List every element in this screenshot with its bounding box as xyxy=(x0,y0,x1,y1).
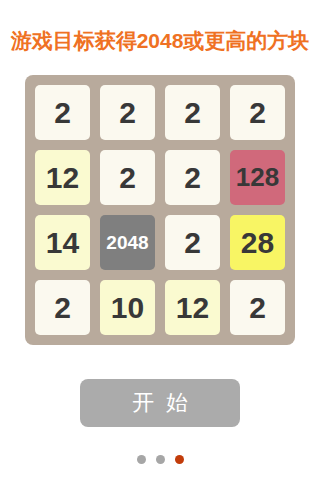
page-dot-3-active[interactable] xyxy=(175,455,184,464)
tile-r2c3: 2 xyxy=(165,150,220,205)
tile-r1c2: 2 xyxy=(100,85,155,140)
page-dot-2[interactable] xyxy=(156,455,165,464)
tile-r1c4: 2 xyxy=(230,85,285,140)
page-indicator xyxy=(0,455,320,464)
page-dot-1[interactable] xyxy=(137,455,146,464)
tile-r4c2: 10 xyxy=(100,280,155,335)
tile-r4c4: 2 xyxy=(230,280,285,335)
tile-r4c1: 2 xyxy=(35,280,90,335)
tile-r3c1: 14 xyxy=(35,215,90,270)
start-button-label: 开始 xyxy=(120,388,200,418)
tutorial-title: 游戏目标获得2048或更高的方块 xyxy=(0,27,320,55)
tile-r1c3: 2 xyxy=(165,85,220,140)
tile-r2c2: 2 xyxy=(100,150,155,205)
start-button[interactable]: 开始 xyxy=(80,379,240,427)
tile-r4c3: 12 xyxy=(165,280,220,335)
tile-r2c1: 12 xyxy=(35,150,90,205)
tile-r1c1: 2 xyxy=(35,85,90,140)
game-board: 22221222128142048228210122 xyxy=(25,75,295,345)
tile-r3c4: 28 xyxy=(230,215,285,270)
tile-r3c2: 2048 xyxy=(100,215,155,270)
tile-r2c4: 128 xyxy=(230,150,285,205)
tile-r3c3: 2 xyxy=(165,215,220,270)
